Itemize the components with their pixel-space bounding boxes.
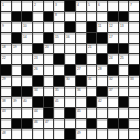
white-cell-r13c9[interactable] [87, 129, 97, 139]
black-cell-r11c7 [65, 108, 75, 118]
white-cell-r10c11[interactable] [108, 97, 118, 107]
white-cell-r6c9[interactable] [87, 54, 97, 64]
clue-number: 25 [120, 56, 123, 59]
white-cell-r7c12[interactable] [119, 65, 129, 75]
black-cell-r8c4 [33, 76, 43, 86]
black-cell-r12c11 [108, 119, 118, 129]
white-cell-r8c1[interactable]: 29 [1, 76, 11, 86]
white-cell-r6c1[interactable]: 22 [1, 54, 11, 64]
clue-number: 10 [23, 24, 26, 27]
white-cell-r11c1[interactable]: 43 [1, 108, 11, 118]
black-cell-r12c12 [119, 119, 129, 129]
clue-number: 34 [34, 88, 37, 91]
white-cell-r9c4[interactable]: 34 [33, 87, 43, 97]
clue-number: 2 [34, 3, 36, 6]
white-cell-r9c5[interactable] [44, 87, 54, 97]
white-cell-r4c1[interactable] [1, 33, 11, 43]
white-cell-r7c10[interactable]: 28 [97, 65, 107, 75]
white-cell-r1c11[interactable] [108, 1, 118, 11]
black-cell-r10c12 [119, 97, 129, 107]
white-cell-r12c1[interactable] [1, 119, 11, 129]
white-cell-r10c8[interactable] [76, 97, 86, 107]
white-cell-r8c3[interactable] [22, 76, 32, 86]
black-cell-r7c1 [1, 65, 11, 75]
clue-number: 26 [34, 67, 37, 70]
white-cell-r8c7[interactable]: 30 [65, 76, 75, 86]
clue-number: 11 [98, 24, 101, 27]
white-cell-r1c6[interactable]: 3 [54, 1, 64, 11]
white-cell-r11c12[interactable] [119, 108, 129, 118]
white-cell-r13c5[interactable] [44, 129, 54, 139]
clue-number: 4 [77, 3, 79, 6]
white-cell-r13c8[interactable]: 49 [76, 129, 86, 139]
white-cell-r11c10[interactable] [97, 108, 107, 118]
black-cell-r5c4 [33, 44, 43, 54]
black-cell-r3c9 [87, 22, 97, 32]
black-cell-r4c5 [44, 33, 54, 43]
clue-number: 27 [77, 67, 80, 70]
black-cell-r3c7 [65, 22, 75, 32]
white-cell-r3c10[interactable]: 11 [97, 22, 107, 32]
white-cell-r2c9[interactable] [87, 12, 97, 22]
clue-number: 19 [13, 45, 16, 48]
white-cell-r2c7[interactable] [65, 12, 75, 22]
white-cell-r12c7[interactable] [65, 119, 75, 129]
white-cell-r11c11[interactable] [108, 108, 118, 118]
white-cell-r13c10[interactable] [97, 129, 107, 139]
white-cell-r11c3[interactable] [22, 108, 32, 118]
black-cell-r5c12 [119, 44, 129, 54]
clue-number: 32 [109, 77, 112, 80]
black-cell-r2c2 [12, 12, 22, 22]
white-cell-r9c11[interactable]: 37 [108, 87, 118, 97]
white-cell-r11c9[interactable] [87, 108, 97, 118]
clue-number: 30 [66, 77, 69, 80]
white-cell-r4c12[interactable] [119, 33, 129, 43]
white-cell-r11c13[interactable] [129, 108, 139, 118]
black-cell-r8c8 [76, 76, 86, 86]
white-cell-r2c6[interactable]: 8 [54, 12, 64, 22]
clue-number: 7 [130, 3, 132, 6]
white-cell-r10c13[interactable] [129, 97, 139, 107]
clue-number: 49 [77, 131, 80, 134]
clue-number: 28 [98, 67, 101, 70]
white-cell-r1c4[interactable]: 2 [33, 1, 43, 11]
clue-number: 43 [2, 109, 5, 112]
white-cell-r3c4[interactable] [33, 22, 43, 32]
white-cell-r9c13[interactable] [129, 87, 139, 97]
white-cell-r7c9[interactable] [87, 65, 97, 75]
white-cell-r9c8[interactable]: 36 [76, 87, 86, 97]
white-cell-r5c3[interactable] [22, 44, 32, 54]
clue-number: 5 [88, 3, 90, 6]
black-cell-r2c12 [119, 12, 129, 22]
crossword-grid: 1234567891011121314151617181920212223242… [0, 0, 140, 140]
white-cell-r5c1[interactable]: 18 [1, 44, 11, 54]
white-cell-r3c13[interactable] [129, 22, 139, 32]
white-cell-r8c9[interactable]: 31 [87, 76, 97, 86]
clue-number: 36 [77, 88, 80, 91]
white-cell-r12c8[interactable] [76, 119, 86, 129]
black-cell-r6c8 [76, 54, 86, 64]
white-cell-r10c6[interactable]: 41 [54, 97, 64, 107]
white-cell-r13c1[interactable]: 48 [1, 129, 11, 139]
white-cell-r1c12[interactable] [119, 1, 129, 11]
white-cell-r8c2[interactable] [12, 76, 22, 86]
white-cell-r8c11[interactable]: 32 [108, 76, 118, 86]
white-cell-r1c10[interactable]: 6 [97, 1, 107, 11]
clue-number: 12 [109, 24, 112, 27]
clue-number: 8 [55, 13, 57, 16]
clue-number: 46 [34, 120, 37, 123]
white-cell-r12c10[interactable] [97, 119, 107, 129]
white-cell-r3c12[interactable]: 13 [119, 22, 129, 32]
white-cell-r5c7[interactable] [65, 44, 75, 54]
white-cell-r6c13[interactable] [129, 54, 139, 64]
clue-number: 33 [130, 77, 133, 80]
white-cell-r3c11[interactable]: 12 [108, 22, 118, 32]
clue-number: 45 [77, 109, 80, 112]
black-cell-r9c3 [22, 87, 32, 97]
white-cell-r13c6[interactable] [54, 129, 64, 139]
white-cell-r6c3[interactable] [22, 54, 32, 64]
white-cell-r6c2[interactable] [12, 54, 22, 64]
white-cell-r1c9[interactable]: 5 [87, 1, 97, 11]
clue-number: 3 [55, 3, 57, 6]
black-cell-r12c9 [87, 119, 97, 129]
black-cell-r7c3 [22, 65, 32, 75]
white-cell-r4c7[interactable]: 16 [65, 33, 75, 43]
white-cell-r5c5[interactable]: 20 [44, 44, 54, 54]
white-cell-r6c11[interactable]: 24 [108, 54, 118, 64]
clue-number: 1 [2, 3, 4, 6]
white-cell-r12c6[interactable] [54, 119, 64, 129]
white-cell-r5c10[interactable] [97, 44, 107, 54]
white-cell-r7c4[interactable]: 26 [33, 65, 43, 75]
white-cell-r9c6[interactable]: 35 [54, 87, 64, 97]
white-cell-r12c13[interactable] [129, 119, 139, 129]
white-cell-r3c2[interactable] [12, 22, 22, 32]
black-cell-r4c9 [87, 33, 97, 43]
black-cell-r6c6 [54, 54, 64, 64]
black-cell-r13c7 [65, 129, 75, 139]
clue-number: 44 [34, 109, 37, 112]
white-cell-r11c2[interactable] [12, 108, 22, 118]
clue-number: 35 [55, 88, 58, 91]
white-cell-r13c4[interactable] [33, 129, 43, 139]
white-cell-r4c4[interactable] [33, 33, 43, 43]
white-cell-r4c11[interactable]: 17 [108, 33, 118, 43]
white-cell-r1c1[interactable]: 1 [1, 1, 11, 11]
white-cell-r13c12[interactable] [119, 129, 129, 139]
clue-number: 21 [88, 45, 91, 48]
white-cell-r5c13[interactable] [129, 44, 139, 54]
white-cell-r7c6[interactable] [54, 65, 64, 75]
clue-number: 23 [34, 56, 37, 59]
black-cell-r5c11 [108, 44, 118, 54]
white-cell-r13c13[interactable] [129, 129, 139, 139]
clue-number: 47 [45, 120, 48, 123]
white-cell-r8c13[interactable]: 33 [129, 76, 139, 86]
white-cell-r7c5[interactable] [44, 65, 54, 75]
clue-number: 24 [109, 56, 112, 59]
white-cell-r5c8[interactable] [76, 44, 86, 54]
clue-number: 40 [23, 99, 26, 102]
white-cell-r1c5[interactable] [44, 1, 54, 11]
clue-number: 38 [2, 99, 5, 102]
clue-number: 13 [120, 24, 123, 27]
white-cell-r4c3[interactable]: 14 [22, 33, 32, 43]
white-cell-r9c1[interactable] [1, 87, 11, 97]
white-cell-r5c9[interactable]: 21 [87, 44, 97, 54]
white-cell-r4c6[interactable]: 15 [54, 33, 64, 43]
clue-number: 20 [45, 45, 48, 48]
white-cell-r10c3[interactable]: 40 [22, 97, 32, 107]
white-cell-r5c6[interactable] [54, 44, 64, 54]
white-cell-r8c10[interactable] [97, 76, 107, 86]
white-cell-r1c2[interactable] [12, 1, 22, 11]
white-cell-r2c1[interactable] [1, 12, 11, 22]
white-cell-r3c8[interactable] [76, 22, 86, 32]
white-cell-r10c2[interactable]: 39 [12, 97, 22, 107]
white-cell-r9c7[interactable] [65, 87, 75, 97]
white-cell-r4c13[interactable] [129, 33, 139, 43]
black-cell-r2c11 [108, 12, 118, 22]
white-cell-r9c9[interactable] [87, 87, 97, 97]
black-cell-r7c7 [65, 65, 75, 75]
black-cell-r4c2 [12, 33, 22, 43]
white-cell-r5c2[interactable]: 19 [12, 44, 22, 54]
clue-number: 14 [23, 35, 26, 38]
black-cell-r10c5 [44, 97, 54, 107]
black-cell-r11c5 [44, 108, 54, 118]
black-cell-r4c10 [97, 33, 107, 43]
white-cell-r10c10[interactable]: 42 [97, 97, 107, 107]
white-cell-r2c10[interactable] [97, 12, 107, 22]
white-cell-r10c7[interactable] [65, 97, 75, 107]
black-cell-r9c2 [12, 87, 22, 97]
white-cell-r3c3[interactable]: 10 [22, 22, 32, 32]
white-cell-r6c4[interactable]: 23 [33, 54, 43, 64]
clue-number: 37 [109, 88, 112, 91]
black-cell-r12c3 [22, 119, 32, 129]
white-cell-r2c8[interactable] [76, 12, 86, 22]
white-cell-r6c12[interactable]: 25 [119, 54, 129, 64]
white-cell-r13c2[interactable] [12, 129, 22, 139]
white-cell-r11c8[interactable]: 45 [76, 108, 86, 118]
white-cell-r11c4[interactable]: 44 [33, 108, 43, 118]
clue-number: 29 [2, 77, 5, 80]
white-cell-r2c4[interactable] [33, 12, 43, 22]
white-cell-r1c8[interactable]: 4 [76, 1, 86, 11]
white-cell-r6c5[interactable] [44, 54, 54, 64]
clue-number: 42 [98, 99, 101, 102]
black-cell-r6c10 [97, 54, 107, 64]
clue-number: 39 [13, 99, 16, 102]
black-cell-r8c6 [54, 76, 64, 86]
clue-number: 16 [66, 35, 69, 38]
white-cell-r3c1[interactable]: 9 [1, 22, 11, 32]
white-cell-r10c1[interactable]: 38 [1, 97, 11, 107]
white-cell-r8c5[interactable] [44, 76, 54, 86]
black-cell-r1c7 [65, 1, 75, 11]
black-cell-r2c3 [22, 12, 32, 22]
white-cell-r13c11[interactable] [108, 129, 118, 139]
clue-number: 6 [98, 3, 100, 6]
black-cell-r2c5 [44, 12, 54, 22]
clue-number: 31 [88, 77, 91, 80]
white-cell-r12c5[interactable]: 47 [44, 119, 54, 129]
white-cell-r2c13[interactable] [129, 12, 139, 22]
white-cell-r6c7[interactable] [65, 54, 75, 64]
white-cell-r8c12[interactable] [119, 76, 129, 86]
clue-number: 22 [2, 56, 5, 59]
white-cell-r1c13[interactable]: 7 [129, 1, 139, 11]
clue-number: 41 [55, 99, 58, 102]
black-cell-r12c2 [12, 119, 22, 129]
black-cell-r10c9 [87, 97, 97, 107]
white-cell-r3c6[interactable] [54, 22, 64, 32]
black-cell-r10c4 [33, 97, 43, 107]
white-cell-r4c8[interactable] [76, 33, 86, 43]
white-cell-r11c6[interactable] [54, 108, 64, 118]
white-cell-r1c3[interactable] [22, 1, 32, 11]
clue-number: 48 [2, 131, 5, 134]
white-cell-r12c4[interactable]: 46 [33, 119, 43, 129]
clue-number: 18 [2, 45, 5, 48]
white-cell-r13c3[interactable] [22, 129, 32, 139]
black-cell-r9c10 [97, 87, 107, 97]
white-cell-r3c5[interactable] [44, 22, 54, 32]
white-cell-r7c8[interactable]: 27 [76, 65, 86, 75]
clue-number: 9 [2, 24, 4, 27]
black-cell-r7c11 [108, 65, 118, 75]
clue-number: 17 [109, 35, 112, 38]
white-cell-r7c2[interactable] [12, 65, 22, 75]
clue-number: 15 [55, 35, 58, 38]
white-cell-r9c12[interactable] [119, 87, 129, 97]
black-cell-r7c13 [129, 65, 139, 75]
